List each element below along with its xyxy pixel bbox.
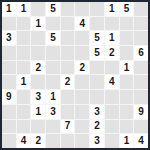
clue-cell-r1c8: 1 — [105, 2, 119, 16]
clue-cell-r1c4: 5 — [46, 2, 60, 16]
cell-r2c10[interactable] — [134, 17, 148, 31]
cell-r9c4[interactable] — [46, 120, 60, 134]
cell-r3c6[interactable] — [75, 31, 89, 45]
cell-r10c8[interactable] — [105, 134, 119, 148]
clue-cell-r2c3: 1 — [31, 17, 45, 31]
clue-cell-r4c7: 5 — [90, 46, 104, 60]
cell-r4c9[interactable] — [120, 46, 134, 60]
clue-cell-r10c7: 3 — [90, 134, 104, 148]
cell-r6c3[interactable] — [31, 75, 45, 89]
cell-r3c5[interactable] — [61, 31, 75, 45]
cell-r1c5[interactable] — [61, 2, 75, 16]
clue-cell-r10c2: 4 — [17, 134, 31, 148]
cell-r2c9[interactable] — [120, 17, 134, 31]
clue-cell-r9c5: 7 — [61, 120, 75, 134]
cell-r8c2[interactable] — [17, 105, 31, 119]
cell-r8c9[interactable] — [120, 105, 134, 119]
clue-cell-r7c3: 3 — [31, 90, 45, 104]
cell-r5c2[interactable] — [17, 61, 31, 75]
cell-r10c1[interactable] — [2, 134, 16, 148]
cell-r5c1[interactable] — [2, 61, 16, 75]
cell-r10c5[interactable] — [61, 134, 75, 148]
cell-r2c5[interactable] — [61, 17, 75, 31]
cell-r4c6[interactable] — [75, 46, 89, 60]
cell-r7c10[interactable] — [134, 90, 148, 104]
cell-r6c4[interactable] — [46, 75, 60, 89]
clue-cell-r6c5: 2 — [61, 75, 75, 89]
cell-r4c5[interactable] — [61, 46, 75, 60]
cell-r4c3[interactable] — [31, 46, 45, 60]
cell-r1c10[interactable] — [134, 2, 148, 16]
cell-r7c8[interactable] — [105, 90, 119, 104]
puzzle-board: 1151514355152622112493113397242314 — [0, 0, 150, 150]
clue-cell-r5c3: 2 — [31, 61, 45, 75]
cell-r1c6[interactable] — [75, 2, 89, 16]
cell-r3c10[interactable] — [134, 31, 148, 45]
cell-r8c5[interactable] — [61, 105, 75, 119]
clue-cell-r4c10: 6 — [134, 46, 148, 60]
cell-r3c3[interactable] — [31, 31, 45, 45]
cell-r4c4[interactable] — [46, 46, 60, 60]
cell-r10c4[interactable] — [46, 134, 60, 148]
cell-r6c10[interactable] — [134, 75, 148, 89]
clue-cell-r10c3: 2 — [31, 134, 45, 148]
clue-cell-r5c6: 2 — [75, 61, 89, 75]
cell-r1c7[interactable] — [90, 2, 104, 16]
clue-cell-r8c3: 1 — [31, 105, 45, 119]
cell-r4c2[interactable] — [17, 46, 31, 60]
cell-r2c1[interactable] — [2, 17, 16, 31]
cell-r4c1[interactable] — [2, 46, 16, 60]
clue-cell-r8c7: 3 — [90, 105, 104, 119]
cell-r5c7[interactable] — [90, 61, 104, 75]
cell-r6c1[interactable] — [2, 75, 16, 89]
cell-r3c2[interactable] — [17, 31, 31, 45]
clue-cell-r3c1: 3 — [2, 31, 16, 45]
clue-cell-r7c1: 9 — [2, 90, 16, 104]
cell-r10c6[interactable] — [75, 134, 89, 148]
clue-cell-r6c2: 1 — [17, 75, 31, 89]
cell-r5c10[interactable] — [134, 61, 148, 75]
cell-r9c10[interactable] — [134, 120, 148, 134]
cell-r3c9[interactable] — [120, 31, 134, 45]
cell-r5c5[interactable] — [61, 61, 75, 75]
cell-r8c6[interactable] — [75, 105, 89, 119]
clue-cell-r9c7: 2 — [90, 120, 104, 134]
clue-cell-r10c10: 4 — [134, 134, 148, 148]
clue-cell-r7c4: 1 — [46, 90, 60, 104]
cell-r6c9[interactable] — [120, 75, 134, 89]
clue-cell-r8c4: 3 — [46, 105, 60, 119]
cell-r7c2[interactable] — [17, 90, 31, 104]
cell-r7c5[interactable] — [61, 90, 75, 104]
cell-r2c2[interactable] — [17, 17, 31, 31]
clue-cell-r1c9: 5 — [120, 2, 134, 16]
cell-r5c4[interactable] — [46, 61, 60, 75]
cell-r7c7[interactable] — [90, 90, 104, 104]
clue-cell-r3c7: 5 — [90, 31, 104, 45]
cell-r6c7[interactable] — [90, 75, 104, 89]
cell-r7c9[interactable] — [120, 90, 134, 104]
clue-cell-r1c1: 1 — [2, 2, 16, 16]
clue-cell-r10c9: 1 — [120, 134, 134, 148]
cell-r2c7[interactable] — [90, 17, 104, 31]
cell-r9c3[interactable] — [31, 120, 45, 134]
clue-cell-r6c8: 4 — [105, 75, 119, 89]
clue-cell-r3c4: 5 — [46, 31, 60, 45]
cell-r7c6[interactable] — [75, 90, 89, 104]
clue-cell-r8c10: 9 — [134, 105, 148, 119]
cell-r5c8[interactable] — [105, 61, 119, 75]
cell-r9c6[interactable] — [75, 120, 89, 134]
clue-cell-r4c8: 2 — [105, 46, 119, 60]
cell-r2c8[interactable] — [105, 17, 119, 31]
clue-cell-r1c2: 1 — [17, 2, 31, 16]
cell-r9c9[interactable] — [120, 120, 134, 134]
cell-r9c1[interactable] — [2, 120, 16, 134]
cell-r8c1[interactable] — [2, 105, 16, 119]
clue-cell-r3c8: 1 — [105, 31, 119, 45]
clue-cell-r2c6: 4 — [75, 17, 89, 31]
cell-r2c4[interactable] — [46, 17, 60, 31]
clue-cell-r5c9: 1 — [120, 61, 134, 75]
cell-r1c3[interactable] — [31, 2, 45, 16]
cell-r8c8[interactable] — [105, 105, 119, 119]
cell-r9c8[interactable] — [105, 120, 119, 134]
cell-r9c2[interactable] — [17, 120, 31, 134]
cell-r6c6[interactable] — [75, 75, 89, 89]
